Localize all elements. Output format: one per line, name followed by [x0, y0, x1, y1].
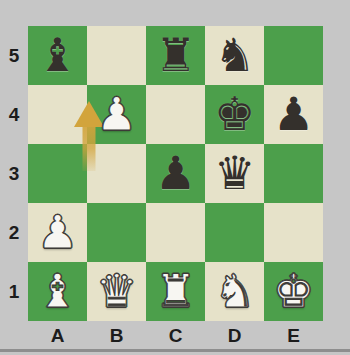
square-a3[interactable] [28, 144, 87, 203]
square-d5[interactable]: ♞ [205, 26, 264, 85]
file-label-e: E [264, 322, 323, 350]
black-pawn[interactable]: ♟ [273, 85, 314, 144]
rank-label-3: 3 [0, 144, 28, 203]
rank-label-5: 5 [0, 26, 28, 85]
square-a4[interactable] [28, 85, 87, 144]
white-pawn[interactable]: ♟ [37, 203, 78, 262]
white-queen[interactable]: ♛ [96, 262, 137, 321]
square-e2[interactable] [264, 203, 323, 262]
black-pawn[interactable]: ♟ [155, 144, 196, 203]
black-bishop[interactable]: ♝ [37, 26, 78, 85]
white-pawn[interactable]: ♟ [96, 85, 137, 144]
square-d3[interactable]: ♛ [205, 144, 264, 203]
square-b5[interactable] [87, 26, 146, 85]
square-c2[interactable] [146, 203, 205, 262]
file-label-d: D [205, 322, 264, 350]
white-rook[interactable]: ♜ [155, 262, 196, 321]
board: ♝♜♞♟♚♟♟♛♟♝♛♜♞♚ [28, 26, 323, 321]
square-e3[interactable] [264, 144, 323, 203]
square-d2[interactable] [205, 203, 264, 262]
square-e1[interactable]: ♚ [264, 262, 323, 321]
white-king[interactable]: ♚ [273, 262, 314, 321]
square-b4[interactable]: ♟ [87, 85, 146, 144]
square-d4[interactable]: ♚ [205, 85, 264, 144]
square-c3[interactable]: ♟ [146, 144, 205, 203]
rank-label-4: 4 [0, 85, 28, 144]
square-c1[interactable]: ♜ [146, 262, 205, 321]
square-a1[interactable]: ♝ [28, 262, 87, 321]
black-rook[interactable]: ♜ [155, 26, 196, 85]
square-a2[interactable]: ♟ [28, 203, 87, 262]
black-knight[interactable]: ♞ [214, 26, 255, 85]
chess-board-panel: 54321 ♝♜♞♟♚♟♟♛♟♝♛♜♞♚ ABCDE [0, 0, 350, 355]
black-queen[interactable]: ♛ [214, 144, 255, 203]
square-c4[interactable] [146, 85, 205, 144]
square-c5[interactable]: ♜ [146, 26, 205, 85]
rank-label-2: 2 [0, 203, 28, 262]
bottom-divider [0, 349, 350, 352]
file-label-b: B [87, 322, 146, 350]
file-label-c: C [146, 322, 205, 350]
white-knight[interactable]: ♞ [214, 262, 255, 321]
file-labels: ABCDE [28, 322, 323, 350]
square-b1[interactable]: ♛ [87, 262, 146, 321]
rank-labels: 54321 [0, 26, 28, 321]
square-b3[interactable] [87, 144, 146, 203]
white-bishop[interactable]: ♝ [37, 262, 78, 321]
black-king[interactable]: ♚ [214, 85, 255, 144]
file-label-a: A [28, 322, 87, 350]
square-e5[interactable] [264, 26, 323, 85]
square-e4[interactable]: ♟ [264, 85, 323, 144]
square-d1[interactable]: ♞ [205, 262, 264, 321]
square-a5[interactable]: ♝ [28, 26, 87, 85]
rank-label-1: 1 [0, 262, 28, 321]
square-b2[interactable] [87, 203, 146, 262]
